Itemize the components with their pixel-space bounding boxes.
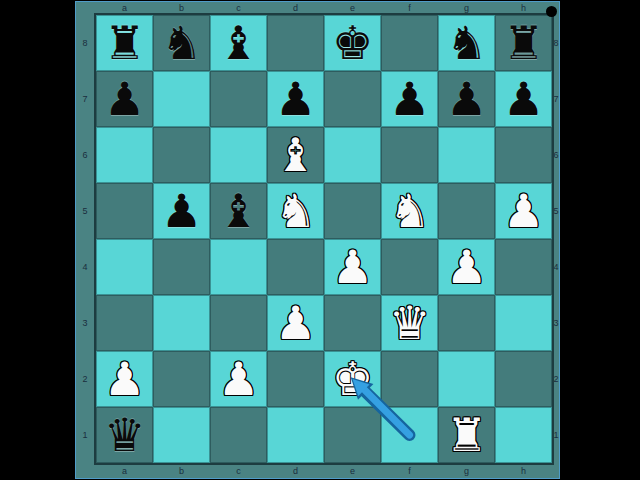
square-b2[interactable] (153, 351, 210, 407)
square-d7[interactable]: ♟ (267, 71, 324, 127)
square-f6[interactable] (381, 127, 438, 183)
black-king[interactable]: ♚ (332, 15, 373, 71)
square-a5[interactable] (96, 183, 153, 239)
black-queen[interactable]: ♛ (104, 407, 145, 463)
square-a6[interactable] (96, 127, 153, 183)
black-pawn[interactable]: ♟ (446, 71, 487, 127)
square-e2[interactable]: ♚ (324, 351, 381, 407)
file-label: b (153, 465, 210, 477)
white-pawn[interactable]: ♟ (503, 183, 544, 239)
square-f7[interactable]: ♟ (381, 71, 438, 127)
black-rook[interactable]: ♜ (104, 15, 145, 71)
square-b6[interactable] (153, 127, 210, 183)
black-pawn[interactable]: ♟ (161, 183, 202, 239)
square-e8[interactable]: ♚ (324, 15, 381, 71)
square-h4[interactable] (495, 239, 552, 295)
square-d8[interactable] (267, 15, 324, 71)
white-pawn[interactable]: ♟ (218, 351, 259, 407)
square-c7[interactable] (210, 71, 267, 127)
file-label: g (438, 465, 495, 477)
board-grid: ♜♞♝♚♞♜♟♟♟♟♟♝♟♝♞♞♟♟♟♟♛♟♟♚♛♜ (96, 15, 552, 463)
square-a4[interactable] (96, 239, 153, 295)
square-g3[interactable] (438, 295, 495, 351)
chess-board-frame: abcdefgh abcdefgh 87654321 87654321 ♜♞♝♚… (75, 1, 560, 479)
square-a7[interactable]: ♟ (96, 71, 153, 127)
black-knight[interactable]: ♞ (446, 15, 487, 71)
square-b4[interactable] (153, 239, 210, 295)
square-b7[interactable] (153, 71, 210, 127)
square-c2[interactable]: ♟ (210, 351, 267, 407)
file-label: f (381, 465, 438, 477)
square-h7[interactable]: ♟ (495, 71, 552, 127)
file-label: c (210, 465, 267, 477)
square-b5[interactable]: ♟ (153, 183, 210, 239)
square-f1[interactable] (381, 407, 438, 463)
square-a2[interactable]: ♟ (96, 351, 153, 407)
black-pawn[interactable]: ♟ (389, 71, 430, 127)
square-g7[interactable]: ♟ (438, 71, 495, 127)
chess-board: ♜♞♝♚♞♜♟♟♟♟♟♝♟♝♞♞♟♟♟♟♛♟♟♚♛♜ (94, 13, 554, 465)
square-h2[interactable] (495, 351, 552, 407)
square-e5[interactable] (324, 183, 381, 239)
square-e6[interactable] (324, 127, 381, 183)
square-a3[interactable] (96, 295, 153, 351)
square-c5[interactable]: ♝ (210, 183, 267, 239)
square-a8[interactable]: ♜ (96, 15, 153, 71)
square-g4[interactable]: ♟ (438, 239, 495, 295)
white-knight[interactable]: ♞ (275, 183, 316, 239)
square-f4[interactable] (381, 239, 438, 295)
square-b8[interactable]: ♞ (153, 15, 210, 71)
square-d3[interactable]: ♟ (267, 295, 324, 351)
square-c3[interactable] (210, 295, 267, 351)
file-label: a (96, 465, 153, 477)
square-g8[interactable]: ♞ (438, 15, 495, 71)
square-e1[interactable] (324, 407, 381, 463)
square-g1[interactable]: ♜ (438, 407, 495, 463)
rank-label: 3 (76, 295, 94, 351)
rank-label: 8 (76, 15, 94, 71)
square-e7[interactable] (324, 71, 381, 127)
square-c8[interactable]: ♝ (210, 15, 267, 71)
square-d5[interactable]: ♞ (267, 183, 324, 239)
square-a1[interactable]: ♛ (96, 407, 153, 463)
square-h5[interactable]: ♟ (495, 183, 552, 239)
rank-label: 7 (76, 71, 94, 127)
square-f3[interactable]: ♛ (381, 295, 438, 351)
square-c1[interactable] (210, 407, 267, 463)
white-pawn[interactable]: ♟ (332, 239, 373, 295)
black-pawn[interactable]: ♟ (275, 71, 316, 127)
file-labels-bottom: abcdefgh (96, 465, 552, 477)
white-king[interactable]: ♚ (332, 351, 373, 407)
square-h6[interactable] (495, 127, 552, 183)
white-pawn[interactable]: ♟ (446, 239, 487, 295)
square-c4[interactable] (210, 239, 267, 295)
square-g2[interactable] (438, 351, 495, 407)
black-knight[interactable]: ♞ (161, 15, 202, 71)
square-c6[interactable] (210, 127, 267, 183)
black-bishop[interactable]: ♝ (218, 15, 259, 71)
square-d4[interactable] (267, 239, 324, 295)
square-e3[interactable] (324, 295, 381, 351)
square-f5[interactable]: ♞ (381, 183, 438, 239)
rank-label: 1 (76, 407, 94, 463)
square-d6[interactable]: ♝ (267, 127, 324, 183)
square-b3[interactable] (153, 295, 210, 351)
square-h1[interactable] (495, 407, 552, 463)
rank-label: 2 (76, 351, 94, 407)
file-label: d (267, 465, 324, 477)
file-label: e (324, 465, 381, 477)
square-d2[interactable] (267, 351, 324, 407)
white-knight[interactable]: ♞ (389, 183, 430, 239)
rank-label: 6 (76, 127, 94, 183)
square-g5[interactable] (438, 183, 495, 239)
side-to-move-indicator-icon (546, 6, 557, 17)
square-e4[interactable]: ♟ (324, 239, 381, 295)
white-queen[interactable]: ♛ (389, 295, 430, 351)
rank-label: 5 (76, 183, 94, 239)
square-g6[interactable] (438, 127, 495, 183)
square-h8[interactable]: ♜ (495, 15, 552, 71)
black-pawn[interactable]: ♟ (503, 71, 544, 127)
file-label: h (495, 465, 552, 477)
black-bishop[interactable]: ♝ (218, 183, 259, 239)
square-d1[interactable] (267, 407, 324, 463)
square-h3[interactable] (495, 295, 552, 351)
square-f2[interactable] (381, 351, 438, 407)
white-pawn[interactable]: ♟ (104, 351, 145, 407)
rank-label: 4 (76, 239, 94, 295)
white-pawn[interactable]: ♟ (275, 295, 316, 351)
black-rook[interactable]: ♜ (503, 15, 544, 71)
rank-labels-left: 87654321 (76, 15, 94, 463)
square-f8[interactable] (381, 15, 438, 71)
square-b1[interactable] (153, 407, 210, 463)
white-bishop[interactable]: ♝ (275, 127, 316, 183)
black-pawn[interactable]: ♟ (104, 71, 145, 127)
white-rook[interactable]: ♜ (446, 407, 487, 463)
